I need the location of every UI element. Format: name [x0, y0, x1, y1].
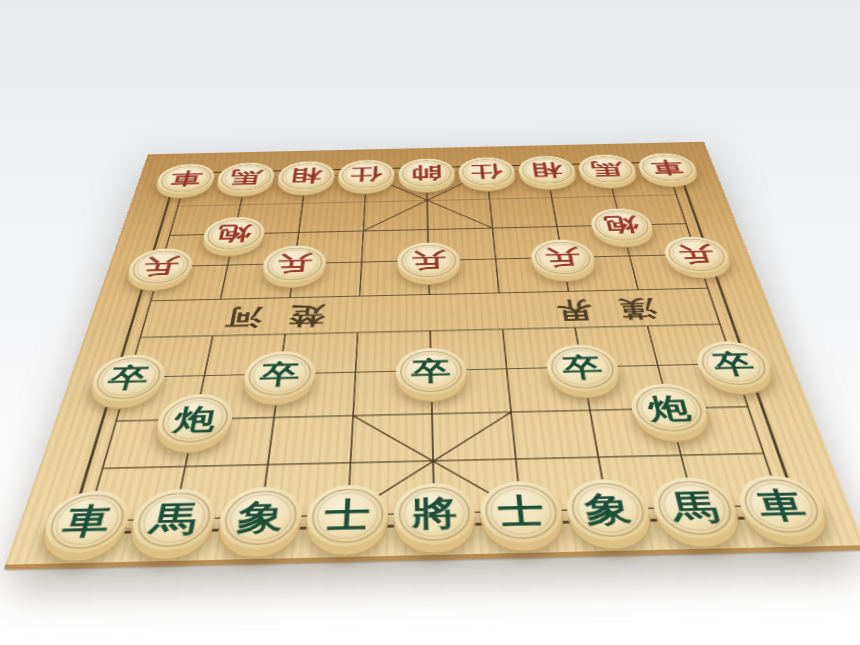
piece-red-chariot[interactable]: 車 [635, 153, 701, 184]
piece-glyph: 士 [479, 480, 566, 543]
piece-red-soldier[interactable]: 兵 [260, 245, 327, 283]
piece-green-elephant[interactable]: 象 [563, 478, 655, 541]
piece-glyph: 車 [635, 153, 701, 184]
piece-glyph: 卒 [395, 347, 467, 395]
piece-glyph: 象 [563, 478, 655, 541]
piece-glyph: 馬 [126, 488, 220, 552]
piece-green-cannon[interactable]: 炮 [152, 393, 237, 446]
piece-red-advisor[interactable]: 仕 [458, 157, 517, 188]
piece-red-advisor[interactable]: 仕 [337, 159, 395, 190]
piece-glyph: 兵 [529, 239, 598, 277]
piece-green-soldier[interactable]: 卒 [395, 347, 467, 395]
piece-glyph: 車 [153, 163, 218, 194]
piece-green-advisor[interactable]: 士 [304, 484, 388, 547]
piece-red-horse[interactable]: 馬 [576, 154, 640, 185]
piece-glyph: 相 [276, 161, 336, 192]
photo-scene: 楚河 漢界 車馬相仕帥仕相馬車炮炮兵兵兵兵兵卒卒卒卒卒炮炮車馬象士將士象馬車 [0, 0, 860, 645]
piece-green-chariot[interactable]: 車 [37, 490, 136, 554]
piece-red-soldier[interactable]: 兵 [123, 248, 196, 286]
piece-glyph: 炮 [588, 208, 657, 243]
piece-green-elephant[interactable]: 象 [215, 486, 304, 550]
piece-glyph: 仕 [458, 157, 517, 188]
piece-red-soldier[interactable]: 兵 [397, 242, 461, 280]
piece-green-soldier[interactable]: 卒 [691, 340, 777, 388]
piece-red-soldier[interactable]: 兵 [660, 236, 735, 274]
points-grid: 車馬相仕帥仕相馬車炮炮兵兵兵兵兵卒卒卒卒卒炮炮車馬象士將士象馬車 [35, 154, 835, 550]
piece-glyph: 炮 [200, 216, 267, 252]
xiangqi-board: 楚河 漢界 車馬相仕帥仕相馬車炮炮兵兵兵兵兵卒卒卒卒卒炮炮車馬象士將士象馬車 [5, 141, 860, 564]
piece-glyph: 象 [215, 486, 304, 550]
piece-green-horse[interactable]: 馬 [126, 488, 220, 552]
piece-red-general[interactable]: 帥 [398, 158, 455, 189]
piece-red-elephant[interactable]: 相 [517, 155, 578, 186]
piece-glyph: 馬 [214, 162, 276, 193]
piece-green-cannon[interactable]: 炮 [627, 383, 714, 435]
piece-green-soldier[interactable]: 卒 [544, 344, 623, 392]
piece-glyph: 兵 [260, 245, 327, 283]
piece-green-general[interactable]: 將 [393, 482, 476, 545]
piece-green-soldier[interactable]: 卒 [86, 354, 170, 403]
piece-glyph: 炮 [627, 383, 714, 435]
piece-green-advisor[interactable]: 士 [479, 480, 566, 543]
piece-green-horse[interactable]: 馬 [647, 476, 744, 539]
piece-glyph: 卒 [241, 350, 318, 398]
piece-glyph: 相 [517, 155, 578, 186]
piece-glyph: 帥 [398, 158, 455, 189]
piece-glyph: 兵 [123, 248, 196, 286]
piece-red-chariot[interactable]: 車 [153, 163, 218, 194]
piece-green-soldier[interactable]: 卒 [241, 350, 318, 398]
piece-glyph: 卒 [86, 354, 170, 403]
piece-red-horse[interactable]: 馬 [214, 162, 276, 193]
piece-glyph: 兵 [660, 236, 735, 274]
piece-red-soldier[interactable]: 兵 [529, 239, 598, 277]
piece-glyph: 將 [393, 482, 476, 545]
piece-glyph: 兵 [397, 242, 461, 280]
piece-glyph: 仕 [337, 159, 395, 190]
piece-glyph: 車 [37, 490, 136, 554]
piece-glyph: 馬 [647, 476, 744, 539]
piece-red-elephant[interactable]: 相 [276, 161, 336, 192]
piece-glyph: 卒 [544, 344, 623, 392]
board-wrapper: 楚河 漢界 車馬相仕帥仕相馬車炮炮兵兵兵兵兵卒卒卒卒卒炮炮車馬象士將士象馬車 [0, 0, 860, 645]
piece-glyph: 馬 [576, 154, 640, 185]
piece-red-cannon[interactable]: 炮 [588, 208, 657, 243]
piece-glyph: 炮 [152, 393, 237, 446]
piece-red-cannon[interactable]: 炮 [200, 216, 267, 252]
piece-glyph: 卒 [691, 340, 777, 388]
piece-glyph: 士 [304, 484, 388, 547]
